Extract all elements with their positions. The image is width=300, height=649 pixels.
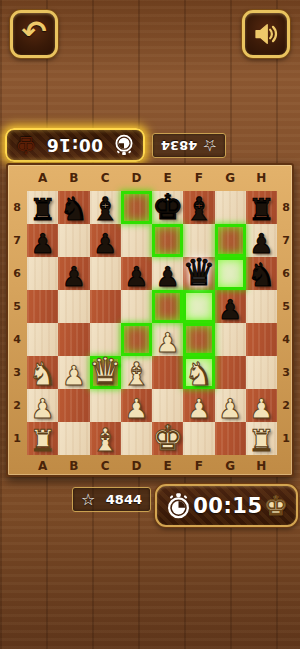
star-icon: ☆: [81, 492, 95, 508]
white-pawn-f2[interactable]: ♟: [183, 389, 214, 422]
square-g4[interactable]: [215, 323, 246, 356]
white-bishop-c1[interactable]: ♝: [90, 422, 121, 455]
black-pawn-d6[interactable]: ♟: [121, 257, 152, 290]
square-g7[interactable]: [215, 224, 246, 257]
white-pawn-g2[interactable]: ♟: [215, 389, 246, 422]
white-pawn-h2[interactable]: ♟: [246, 389, 277, 422]
black-king-e8[interactable]: ♚: [152, 191, 183, 224]
square-d5[interactable]: [121, 290, 152, 323]
white-bishop-d3[interactable]: ♝: [121, 356, 152, 389]
coord-label-g: G: [215, 455, 246, 477]
game-screen: ↶ 00:16 ♚ ☆ 4834 ABCDEFGH ABCDEFGH 87654…: [0, 0, 300, 649]
black-pawn-a7[interactable]: ♟: [27, 224, 58, 257]
square-h5[interactable]: [246, 290, 277, 323]
square-g1[interactable]: [215, 422, 246, 455]
black-rook-h8[interactable]: ♜: [246, 191, 277, 224]
black-pawn-b6[interactable]: ♟: [58, 257, 89, 290]
coord-label-5: 5: [8, 290, 26, 323]
player-timer-bar: 00:15 ♚: [155, 484, 298, 527]
back-button[interactable]: ↶: [10, 10, 58, 58]
coord-label-g: G: [215, 165, 246, 191]
coord-label-5: 5: [277, 290, 295, 323]
player-rating-box: ☆ 4844: [72, 487, 151, 512]
square-e5[interactable]: [152, 290, 183, 323]
coord-label-7: 7: [277, 224, 295, 257]
opponent-timer-bar: 00:16 ♚: [5, 128, 145, 162]
square-b5[interactable]: [58, 290, 89, 323]
undo-arrow-icon: ↶: [21, 17, 46, 47]
opponent-rating-box: ☆ 4834: [152, 133, 226, 158]
black-pawn-e6[interactable]: ♟: [152, 257, 183, 290]
coord-label-6: 6: [8, 257, 26, 290]
coord-label-2: 2: [8, 389, 26, 422]
white-king-e1[interactable]: ♚: [152, 422, 183, 455]
black-bishop-f8[interactable]: ♝: [183, 191, 214, 224]
coord-label-b: B: [58, 165, 89, 191]
black-rook-a8[interactable]: ♜: [27, 191, 58, 224]
square-e3[interactable]: [152, 356, 183, 389]
white-pawn-e4[interactable]: ♟: [152, 323, 183, 356]
square-d4[interactable]: [121, 323, 152, 356]
square-a5[interactable]: [27, 290, 58, 323]
star-icon: ☆: [203, 138, 217, 154]
rank-labels-left: 87654321: [8, 191, 26, 455]
board-playing-area: ♜♞♝♚♝♜♟♟♟♟♟♟♛♞♟♟♞♟♛♝♞♟♟♟♟♟♜♝♚♜: [27, 191, 277, 455]
square-f1[interactable]: [183, 422, 214, 455]
black-knight-b8[interactable]: ♞: [58, 191, 89, 224]
square-f5[interactable]: [183, 290, 214, 323]
square-c5[interactable]: [90, 290, 121, 323]
black-pawn-g5[interactable]: ♟: [215, 290, 246, 323]
square-d1[interactable]: [121, 422, 152, 455]
coord-label-a: A: [27, 455, 58, 477]
coord-label-f: F: [183, 455, 214, 477]
black-bishop-c8[interactable]: ♝: [90, 191, 121, 224]
coord-label-4: 4: [8, 323, 26, 356]
coord-label-3: 3: [8, 356, 26, 389]
coord-label-7: 7: [8, 224, 26, 257]
square-a4[interactable]: [27, 323, 58, 356]
square-h4[interactable]: [246, 323, 277, 356]
coord-label-1: 1: [8, 422, 26, 455]
square-b1[interactable]: [58, 422, 89, 455]
white-queen-c3[interactable]: ♛: [90, 356, 121, 389]
chess-board: ABCDEFGH ABCDEFGH 87654321 87654321 ♜♞♝♚…: [6, 163, 294, 477]
white-pawn-d2[interactable]: ♟: [121, 389, 152, 422]
speaker-icon: [251, 19, 281, 49]
square-a6[interactable]: [27, 257, 58, 290]
opponent-rating: 4834: [161, 138, 197, 153]
square-d8[interactable]: [121, 191, 152, 224]
player-rating: 4844: [106, 492, 142, 507]
file-labels-bottom: ABCDEFGH: [27, 455, 277, 477]
square-g8[interactable]: [215, 191, 246, 224]
square-c6[interactable]: [90, 257, 121, 290]
coord-label-8: 8: [8, 191, 26, 224]
square-d7[interactable]: [121, 224, 152, 257]
coord-label-a: A: [27, 165, 58, 191]
coord-label-h: H: [246, 455, 277, 477]
coord-label-d: D: [121, 165, 152, 191]
white-knight-f3[interactable]: ♞: [183, 356, 214, 389]
stopwatch-icon: [165, 492, 192, 519]
coord-label-f: F: [183, 165, 214, 191]
white-king-icon: ♚: [264, 492, 288, 519]
sound-button[interactable]: [242, 10, 290, 58]
coord-label-d: D: [121, 455, 152, 477]
black-queen-f6[interactable]: ♛: [183, 257, 214, 290]
coord-label-e: E: [152, 455, 183, 477]
white-knight-a3[interactable]: ♞: [27, 356, 58, 389]
black-pawn-h7[interactable]: ♟: [246, 224, 277, 257]
square-f4[interactable]: [183, 323, 214, 356]
coord-label-c: C: [90, 165, 121, 191]
coord-label-4: 4: [277, 323, 295, 356]
square-b7[interactable]: [58, 224, 89, 257]
white-pawn-a2[interactable]: ♟: [27, 389, 58, 422]
player-clock: 00:15: [193, 494, 262, 518]
coord-label-h: H: [246, 165, 277, 191]
coord-label-3: 3: [277, 356, 295, 389]
stopwatch-icon: [113, 134, 135, 156]
coord-label-6: 6: [277, 257, 295, 290]
opponent-clock: 00:16: [46, 135, 103, 155]
coord-label-1: 1: [277, 422, 295, 455]
coord-label-8: 8: [277, 191, 295, 224]
white-pawn-b3[interactable]: ♟: [58, 356, 89, 389]
black-pawn-c7[interactable]: ♟: [90, 224, 121, 257]
coord-label-2: 2: [277, 389, 295, 422]
black-king-icon: ♚: [15, 133, 37, 157]
white-rook-h1[interactable]: ♜: [246, 422, 277, 455]
square-b4[interactable]: [58, 323, 89, 356]
square-g3[interactable]: [215, 356, 246, 389]
square-g6[interactable]: [215, 257, 246, 290]
square-b2[interactable]: [58, 389, 89, 422]
square-c2[interactable]: [90, 389, 121, 422]
white-rook-a1[interactable]: ♜: [27, 422, 58, 455]
square-h3[interactable]: [246, 356, 277, 389]
black-knight-h6[interactable]: ♞: [246, 257, 277, 290]
rank-labels-right: 87654321: [277, 191, 295, 455]
square-e7[interactable]: [152, 224, 183, 257]
coord-label-b: B: [58, 455, 89, 477]
